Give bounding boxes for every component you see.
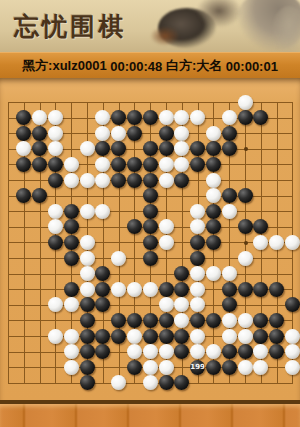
- black-stone[interactable]: [16, 188, 31, 203]
- white-stone[interactable]: [222, 313, 237, 328]
- app-window: 忘忧围棋 黑方:xulz0001 00:00:48 白方:大名 00:00:01…: [0, 0, 300, 427]
- black-stone[interactable]: [16, 110, 31, 125]
- black-stone[interactable]: [80, 360, 95, 375]
- black-stone[interactable]: [64, 251, 79, 266]
- white-stone[interactable]: [174, 313, 189, 328]
- black-stone[interactable]: [80, 313, 95, 328]
- last-move-number: 199: [190, 364, 205, 371]
- black-stone[interactable]: [80, 344, 95, 359]
- black-stone[interactable]: [159, 313, 174, 328]
- ink-painting-decoration: [140, 0, 300, 52]
- black-stone[interactable]: [238, 344, 253, 359]
- white-stone[interactable]: [206, 126, 221, 141]
- white-stone[interactable]: [48, 219, 63, 234]
- white-stone[interactable]: [174, 141, 189, 156]
- black-stone[interactable]: [95, 344, 110, 359]
- black-stone[interactable]: [174, 375, 189, 390]
- white-stone[interactable]: [80, 235, 95, 250]
- white-stone[interactable]: [159, 344, 174, 359]
- white-stone[interactable]: [190, 110, 205, 125]
- white-stone[interactable]: [159, 297, 174, 312]
- white-stone[interactable]: [80, 251, 95, 266]
- black-stone[interactable]: [190, 157, 205, 172]
- star-point: [244, 147, 248, 151]
- black-stone[interactable]: [127, 360, 142, 375]
- black-stone[interactable]: [80, 329, 95, 344]
- white-stone[interactable]: [48, 204, 63, 219]
- white-stone[interactable]: [48, 297, 63, 312]
- white-stone[interactable]: [206, 173, 221, 188]
- white-stone[interactable]: [64, 297, 79, 312]
- white-stone[interactable]: [190, 329, 205, 344]
- white-stone[interactable]: [64, 329, 79, 344]
- black-stone[interactable]: [127, 157, 142, 172]
- black-stone[interactable]: [111, 110, 126, 125]
- white-stone[interactable]: [222, 329, 237, 344]
- black-stone[interactable]: [95, 266, 110, 281]
- black-stone[interactable]: [269, 329, 284, 344]
- black-stone[interactable]: [206, 204, 221, 219]
- black-stone[interactable]: [238, 282, 253, 297]
- white-stone[interactable]: [253, 344, 268, 359]
- black-stone[interactable]: [143, 235, 158, 250]
- white-stone[interactable]: [80, 141, 95, 156]
- white-stone[interactable]: [159, 235, 174, 250]
- black-stone[interactable]: [222, 126, 237, 141]
- white-stone[interactable]: [222, 204, 237, 219]
- header: 忘忧围棋: [0, 0, 300, 53]
- black-stone[interactable]: [206, 157, 221, 172]
- ink-mist-shape: [272, 6, 300, 52]
- black-stone[interactable]: [174, 173, 189, 188]
- black-stone[interactable]: [253, 219, 268, 234]
- black-stone[interactable]: [222, 188, 237, 203]
- black-stone[interactable]: [111, 141, 126, 156]
- white-stone[interactable]: [269, 235, 284, 250]
- star-point: [244, 241, 248, 245]
- black-stone[interactable]: [269, 344, 284, 359]
- black-stone[interactable]: [143, 251, 158, 266]
- ink-accent-shape: [150, 26, 180, 46]
- white-stone[interactable]: [174, 110, 189, 125]
- white-stone[interactable]: [238, 313, 253, 328]
- black-stone[interactable]: [238, 110, 253, 125]
- white-stone[interactable]: [80, 266, 95, 281]
- black-stone[interactable]: [238, 219, 253, 234]
- app-title: 忘忧围棋: [14, 10, 126, 43]
- black-stone[interactable]: [48, 157, 63, 172]
- black-stone[interactable]: [190, 313, 205, 328]
- black-stone[interactable]: [111, 329, 126, 344]
- black-stone[interactable]: [127, 173, 142, 188]
- white-player-clock: 00:00:01: [222, 59, 278, 74]
- black-stone[interactable]: [127, 126, 142, 141]
- white-stone[interactable]: [127, 282, 142, 297]
- black-stone[interactable]: [95, 297, 110, 312]
- black-stone[interactable]: [48, 235, 63, 250]
- black-stone[interactable]: [269, 313, 284, 328]
- black-stone[interactable]: [64, 204, 79, 219]
- black-stone[interactable]: [190, 235, 205, 250]
- black-stone[interactable]: [143, 141, 158, 156]
- white-stone[interactable]: [95, 157, 110, 172]
- black-player-label: 黑方:xulz0001: [22, 57, 107, 75]
- black-stone[interactable]: [253, 110, 268, 125]
- white-stone[interactable]: [190, 266, 205, 281]
- black-stone[interactable]: [127, 313, 142, 328]
- black-stone[interactable]: [143, 219, 158, 234]
- black-stone[interactable]: [174, 282, 189, 297]
- wood-background-footer: [0, 400, 300, 427]
- black-stone[interactable]: [80, 375, 95, 390]
- white-stone[interactable]: [95, 126, 110, 141]
- white-stone[interactable]: [159, 157, 174, 172]
- black-stone[interactable]: [16, 157, 31, 172]
- white-stone[interactable]: [206, 266, 221, 281]
- white-stone[interactable]: [127, 329, 142, 344]
- white-stone[interactable]: [238, 251, 253, 266]
- black-stone[interactable]: [253, 313, 268, 328]
- white-stone[interactable]: [64, 173, 79, 188]
- white-stone[interactable]: [238, 95, 253, 110]
- black-stone[interactable]: [222, 344, 237, 359]
- black-stone[interactable]: [143, 204, 158, 219]
- white-stone[interactable]: [64, 344, 79, 359]
- black-stone[interactable]: [80, 297, 95, 312]
- black-stone[interactable]: [127, 219, 142, 234]
- white-stone[interactable]: [285, 360, 300, 375]
- black-stone[interactable]: [206, 313, 221, 328]
- black-stone[interactable]: [32, 126, 47, 141]
- white-stone[interactable]: [159, 219, 174, 234]
- black-stone[interactable]: [222, 282, 237, 297]
- black-stone[interactable]: [190, 251, 205, 266]
- black-stone[interactable]: [285, 297, 300, 312]
- white-stone[interactable]: [48, 126, 63, 141]
- black-stone[interactable]: [111, 313, 126, 328]
- black-stone[interactable]: [64, 219, 79, 234]
- white-stone[interactable]: [95, 110, 110, 125]
- white-stone[interactable]: [143, 375, 158, 390]
- black-stone[interactable]: [159, 375, 174, 390]
- white-stone[interactable]: [80, 282, 95, 297]
- black-stone[interactable]: [159, 126, 174, 141]
- black-stone[interactable]: [143, 188, 158, 203]
- white-stone[interactable]: [238, 360, 253, 375]
- black-stone[interactable]: [143, 173, 158, 188]
- white-stone[interactable]: [48, 141, 63, 156]
- white-stone[interactable]: [159, 110, 174, 125]
- white-stone[interactable]: [190, 297, 205, 312]
- white-stone[interactable]: [174, 126, 189, 141]
- black-stone[interactable]: [159, 282, 174, 297]
- black-stone[interactable]: [127, 110, 142, 125]
- white-stone[interactable]: [143, 344, 158, 359]
- black-stone[interactable]: [95, 141, 110, 156]
- white-player-label: 白方:大名: [166, 57, 222, 75]
- black-stone[interactable]: [222, 141, 237, 156]
- white-stone[interactable]: [32, 110, 47, 125]
- white-stone[interactable]: [111, 375, 126, 390]
- black-stone[interactable]: [32, 141, 47, 156]
- board-grid-line-horizontal: [8, 274, 293, 275]
- black-stone[interactable]: [159, 329, 174, 344]
- black-stone[interactable]: [174, 266, 189, 281]
- go-board[interactable]: 199: [0, 78, 300, 400]
- black-stone[interactable]: [174, 329, 189, 344]
- white-stone[interactable]: [111, 126, 126, 141]
- black-stone[interactable]: [143, 313, 158, 328]
- black-stone[interactable]: [253, 282, 268, 297]
- black-stone[interactable]: [48, 173, 63, 188]
- ink-wash-shape: [196, 0, 242, 28]
- white-stone[interactable]: [285, 329, 300, 344]
- white-stone[interactable]: [80, 204, 95, 219]
- black-stone[interactable]: [64, 235, 79, 250]
- black-player-clock: 00:00:48: [107, 59, 166, 74]
- white-stone[interactable]: [190, 219, 205, 234]
- white-stone[interactable]: [190, 204, 205, 219]
- black-stone[interactable]: [143, 329, 158, 344]
- black-stone[interactable]: [174, 344, 189, 359]
- black-stone[interactable]: [206, 219, 221, 234]
- white-stone[interactable]: [159, 360, 174, 375]
- black-stone[interactable]: [222, 297, 237, 312]
- white-stone[interactable]: [143, 282, 158, 297]
- white-stone[interactable]: [159, 173, 174, 188]
- white-stone[interactable]: [143, 360, 158, 375]
- black-stone[interactable]: [16, 126, 31, 141]
- black-stone[interactable]: [269, 282, 284, 297]
- white-stone[interactable]: [95, 204, 110, 219]
- white-stone[interactable]: [174, 297, 189, 312]
- white-stone[interactable]: [206, 188, 221, 203]
- white-stone[interactable]: [64, 157, 79, 172]
- white-stone[interactable]: [285, 344, 300, 359]
- white-stone[interactable]: [48, 110, 63, 125]
- black-stone[interactable]: [143, 110, 158, 125]
- white-stone[interactable]: [111, 251, 126, 266]
- black-stone[interactable]: [32, 157, 47, 172]
- black-stone[interactable]: [206, 235, 221, 250]
- black-stone[interactable]: [95, 282, 110, 297]
- white-stone[interactable]: [222, 266, 237, 281]
- white-stone[interactable]: [206, 344, 221, 359]
- white-stone[interactable]: [174, 157, 189, 172]
- last-move-stone[interactable]: 199: [190, 360, 205, 375]
- white-stone[interactable]: [127, 344, 142, 359]
- black-stone[interactable]: [238, 188, 253, 203]
- white-stone[interactable]: [16, 141, 31, 156]
- black-stone[interactable]: [143, 157, 158, 172]
- black-stone[interactable]: [190, 141, 205, 156]
- white-stone[interactable]: [222, 110, 237, 125]
- black-stone[interactable]: [111, 157, 126, 172]
- white-stone[interactable]: [238, 329, 253, 344]
- black-stone[interactable]: [111, 173, 126, 188]
- white-stone[interactable]: [95, 173, 110, 188]
- black-stone[interactable]: [206, 360, 221, 375]
- black-stone[interactable]: [222, 360, 237, 375]
- white-stone[interactable]: [253, 360, 268, 375]
- white-stone[interactable]: [80, 173, 95, 188]
- black-stone[interactable]: [95, 329, 110, 344]
- white-stone[interactable]: [190, 344, 205, 359]
- black-stone[interactable]: [159, 141, 174, 156]
- black-stone[interactable]: [253, 329, 268, 344]
- black-stone[interactable]: [32, 188, 47, 203]
- white-stone[interactable]: [64, 360, 79, 375]
- player-status-bar: 黑方:xulz0001 00:00:48 白方:大名 00:00:01: [0, 52, 300, 80]
- white-stone[interactable]: [253, 235, 268, 250]
- black-stone[interactable]: [206, 141, 221, 156]
- white-stone[interactable]: [48, 329, 63, 344]
- white-stone[interactable]: [111, 282, 126, 297]
- black-stone[interactable]: [64, 282, 79, 297]
- white-stone[interactable]: [285, 235, 300, 250]
- white-stone[interactable]: [190, 282, 205, 297]
